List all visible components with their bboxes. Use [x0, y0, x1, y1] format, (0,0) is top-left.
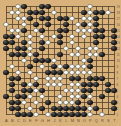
- black-stone[interactable]: [93, 22, 99, 28]
- black-stone[interactable]: [51, 64, 57, 70]
- white-stone[interactable]: [39, 34, 45, 40]
- black-stone[interactable]: [63, 28, 69, 34]
- white-stone[interactable]: [63, 88, 69, 94]
- white-stone[interactable]: [87, 106, 93, 112]
- black-stone[interactable]: [81, 94, 87, 100]
- black-stone[interactable]: [93, 28, 99, 34]
- white-stone[interactable]: [45, 112, 51, 118]
- black-stone[interactable]: [27, 64, 33, 70]
- black-stone[interactable]: [75, 100, 81, 106]
- white-stone[interactable]: [27, 46, 33, 52]
- black-stone[interactable]: [93, 10, 99, 16]
- black-stone[interactable]: [99, 76, 105, 82]
- black-stone[interactable]: [105, 88, 111, 94]
- black-stone[interactable]: [27, 112, 33, 118]
- black-stone[interactable]: [87, 76, 93, 82]
- white-stone[interactable]: [39, 94, 45, 100]
- white-stone[interactable]: [87, 70, 93, 76]
- black-stone[interactable]: [39, 106, 45, 112]
- black-stone[interactable]: [15, 112, 21, 118]
- white-stone[interactable]: [63, 46, 69, 52]
- black-stone[interactable]: [3, 40, 9, 46]
- white-stone[interactable]: [45, 82, 51, 88]
- white-stone[interactable]: [9, 10, 15, 16]
- black-stone[interactable]: [69, 76, 75, 82]
- black-stone[interactable]: [21, 112, 27, 118]
- black-stone[interactable]: [39, 4, 45, 10]
- white-stone[interactable]: [39, 64, 45, 70]
- white-stone[interactable]: [87, 112, 93, 118]
- black-stone[interactable]: [81, 112, 87, 118]
- black-stone[interactable]: [75, 112, 81, 118]
- black-stone[interactable]: [3, 94, 9, 100]
- black-stone[interactable]: [81, 82, 87, 88]
- black-stone[interactable]: [51, 70, 57, 76]
- white-stone[interactable]: [87, 4, 93, 10]
- column-label: T: [111, 118, 117, 124]
- white-stone[interactable]: [57, 100, 63, 106]
- white-stone[interactable]: [87, 94, 93, 100]
- black-stone[interactable]: [57, 40, 63, 46]
- black-stone[interactable]: [3, 46, 9, 52]
- black-stone[interactable]: [105, 82, 111, 88]
- black-stone[interactable]: [21, 46, 27, 52]
- black-stone[interactable]: [75, 76, 81, 82]
- white-stone[interactable]: [27, 82, 33, 88]
- black-stone[interactable]: [87, 100, 93, 106]
- white-stone[interactable]: [21, 58, 27, 64]
- black-stone[interactable]: [21, 4, 27, 10]
- white-stone[interactable]: [75, 52, 81, 58]
- white-stone[interactable]: [69, 100, 75, 106]
- black-stone[interactable]: [9, 52, 15, 58]
- white-stone[interactable]: [45, 76, 51, 82]
- black-stone[interactable]: [33, 22, 39, 28]
- black-stone[interactable]: [57, 106, 63, 112]
- white-stone[interactable]: [57, 64, 63, 70]
- black-stone[interactable]: [69, 106, 75, 112]
- white-stone[interactable]: [15, 28, 21, 34]
- black-stone[interactable]: [45, 58, 51, 64]
- black-stone[interactable]: [9, 34, 15, 40]
- black-stone[interactable]: [57, 34, 63, 40]
- white-stone[interactable]: [93, 52, 99, 58]
- black-stone[interactable]: [87, 64, 93, 70]
- row-label: 1: [117, 112, 121, 118]
- black-stone[interactable]: [15, 100, 21, 106]
- black-stone[interactable]: [9, 40, 15, 46]
- white-stone[interactable]: [99, 112, 105, 118]
- black-stone[interactable]: [63, 16, 69, 22]
- white-stone[interactable]: [15, 10, 21, 16]
- black-stone[interactable]: [39, 10, 45, 16]
- black-stone[interactable]: [99, 52, 105, 58]
- black-stone[interactable]: [69, 112, 75, 118]
- white-stone[interactable]: [33, 112, 39, 118]
- white-stone[interactable]: [57, 82, 63, 88]
- white-stone[interactable]: [87, 10, 93, 16]
- black-stone[interactable]: [87, 82, 93, 88]
- white-stone[interactable]: [51, 34, 57, 40]
- black-stone[interactable]: [93, 16, 99, 22]
- white-stone[interactable]: [33, 76, 39, 82]
- black-stone[interactable]: [33, 10, 39, 16]
- white-stone[interactable]: [63, 70, 69, 76]
- black-stone[interactable]: [45, 22, 51, 28]
- white-stone[interactable]: [15, 4, 21, 10]
- black-stone[interactable]: [39, 88, 45, 94]
- black-stone[interactable]: [87, 88, 93, 94]
- white-stone[interactable]: [105, 10, 111, 16]
- black-stone[interactable]: [81, 88, 87, 94]
- white-stone[interactable]: [27, 34, 33, 40]
- white-stone[interactable]: [33, 100, 39, 106]
- white-stone[interactable]: [27, 40, 33, 46]
- black-stone[interactable]: [93, 76, 99, 82]
- black-stone[interactable]: [33, 82, 39, 88]
- black-stone[interactable]: [9, 82, 15, 88]
- black-stone[interactable]: [93, 82, 99, 88]
- black-stone[interactable]: [57, 112, 63, 118]
- white-stone[interactable]: [51, 76, 57, 82]
- white-stone[interactable]: [81, 64, 87, 70]
- white-stone[interactable]: [21, 100, 27, 106]
- white-stone[interactable]: [75, 28, 81, 34]
- white-stone[interactable]: [87, 28, 93, 34]
- black-stone[interactable]: [93, 106, 99, 112]
- black-stone[interactable]: [45, 16, 51, 22]
- white-stone[interactable]: [57, 76, 63, 82]
- white-stone[interactable]: [75, 88, 81, 94]
- black-stone[interactable]: [81, 22, 87, 28]
- white-stone[interactable]: [69, 64, 75, 70]
- white-stone[interactable]: [69, 70, 75, 76]
- black-stone[interactable]: [3, 34, 9, 40]
- white-stone[interactable]: [27, 70, 33, 76]
- black-stone[interactable]: [21, 52, 27, 58]
- white-stone[interactable]: [33, 88, 39, 94]
- black-stone[interactable]: [45, 4, 51, 10]
- white-stone[interactable]: [75, 64, 81, 70]
- white-stone[interactable]: [87, 22, 93, 28]
- black-stone[interactable]: [45, 70, 51, 76]
- white-stone[interactable]: [63, 100, 69, 106]
- white-stone[interactable]: [69, 40, 75, 46]
- black-stone[interactable]: [21, 28, 27, 34]
- white-stone[interactable]: [9, 28, 15, 34]
- black-stone[interactable]: [27, 88, 33, 94]
- white-stone[interactable]: [69, 94, 75, 100]
- black-stone[interactable]: [15, 46, 21, 52]
- white-stone[interactable]: [69, 34, 75, 40]
- white-stone[interactable]: [51, 58, 57, 64]
- black-stone[interactable]: [51, 112, 57, 118]
- black-stone[interactable]: [93, 34, 99, 40]
- white-stone[interactable]: [75, 94, 81, 100]
- white-stone[interactable]: [51, 10, 57, 16]
- black-stone[interactable]: [93, 40, 99, 46]
- white-stone[interactable]: [45, 40, 51, 46]
- black-stone[interactable]: [63, 106, 69, 112]
- white-stone[interactable]: [3, 22, 9, 28]
- black-stone[interactable]: [75, 106, 81, 112]
- black-stone[interactable]: [81, 10, 87, 16]
- white-stone[interactable]: [75, 70, 81, 76]
- white-stone[interactable]: [81, 70, 87, 76]
- black-stone[interactable]: [57, 16, 63, 22]
- white-stone[interactable]: [75, 22, 81, 28]
- white-stone[interactable]: [75, 82, 81, 88]
- white-stone[interactable]: [15, 16, 21, 22]
- white-stone[interactable]: [69, 88, 75, 94]
- white-stone[interactable]: [93, 46, 99, 52]
- white-stone[interactable]: [33, 28, 39, 34]
- white-stone[interactable]: [81, 34, 87, 40]
- black-stone[interactable]: [87, 58, 93, 64]
- black-stone[interactable]: [99, 34, 105, 40]
- white-stone[interactable]: [57, 94, 63, 100]
- black-stone[interactable]: [15, 106, 21, 112]
- white-stone[interactable]: [81, 16, 87, 22]
- black-stone[interactable]: [39, 16, 45, 22]
- black-stone[interactable]: [81, 106, 87, 112]
- black-stone[interactable]: [63, 112, 69, 118]
- black-stone[interactable]: [33, 52, 39, 58]
- black-stone[interactable]: [9, 76, 15, 82]
- black-stone[interactable]: [27, 10, 33, 16]
- black-stone[interactable]: [9, 88, 15, 94]
- black-stone[interactable]: [39, 46, 45, 52]
- black-stone[interactable]: [15, 76, 21, 82]
- black-stone[interactable]: [99, 10, 105, 16]
- white-stone[interactable]: [21, 22, 27, 28]
- white-stone[interactable]: [87, 46, 93, 52]
- white-stone[interactable]: [27, 94, 33, 100]
- white-stone[interactable]: [69, 52, 75, 58]
- black-stone[interactable]: [63, 64, 69, 70]
- white-stone[interactable]: [87, 52, 93, 58]
- black-stone[interactable]: [63, 22, 69, 28]
- black-stone[interactable]: [39, 28, 45, 34]
- black-stone[interactable]: [51, 106, 57, 112]
- black-stone[interactable]: [57, 52, 63, 58]
- black-stone[interactable]: [21, 94, 27, 100]
- white-stone[interactable]: [81, 58, 87, 64]
- black-stone[interactable]: [3, 70, 9, 76]
- black-stone[interactable]: [15, 94, 21, 100]
- black-stone[interactable]: [15, 52, 21, 58]
- black-stone[interactable]: [27, 16, 33, 22]
- black-stone[interactable]: [57, 70, 63, 76]
- black-stone[interactable]: [39, 58, 45, 64]
- black-stone[interactable]: [21, 82, 27, 88]
- go-board[interactable]: ABCDEFGHJKLMNOPQRST 19181716151413121110…: [0, 0, 120, 126]
- black-stone[interactable]: [39, 40, 45, 46]
- white-stone[interactable]: [87, 16, 93, 22]
- white-stone[interactable]: [75, 46, 81, 52]
- white-stone[interactable]: [9, 64, 15, 70]
- white-stone[interactable]: [27, 52, 33, 58]
- white-stone[interactable]: [15, 34, 21, 40]
- white-stone[interactable]: [51, 82, 57, 88]
- black-stone[interactable]: [99, 28, 105, 34]
- white-stone[interactable]: [21, 16, 27, 22]
- white-stone[interactable]: [15, 70, 21, 76]
- white-stone[interactable]: [69, 16, 75, 22]
- black-stone[interactable]: [45, 100, 51, 106]
- black-stone[interactable]: [99, 94, 105, 100]
- black-stone[interactable]: [21, 88, 27, 94]
- white-stone[interactable]: [69, 82, 75, 88]
- white-stone[interactable]: [81, 28, 87, 34]
- black-stone[interactable]: [33, 58, 39, 64]
- black-stone[interactable]: [21, 40, 27, 46]
- white-stone[interactable]: [27, 106, 33, 112]
- black-stone[interactable]: [9, 100, 15, 106]
- black-stone[interactable]: [57, 28, 63, 34]
- black-stone[interactable]: [9, 106, 15, 112]
